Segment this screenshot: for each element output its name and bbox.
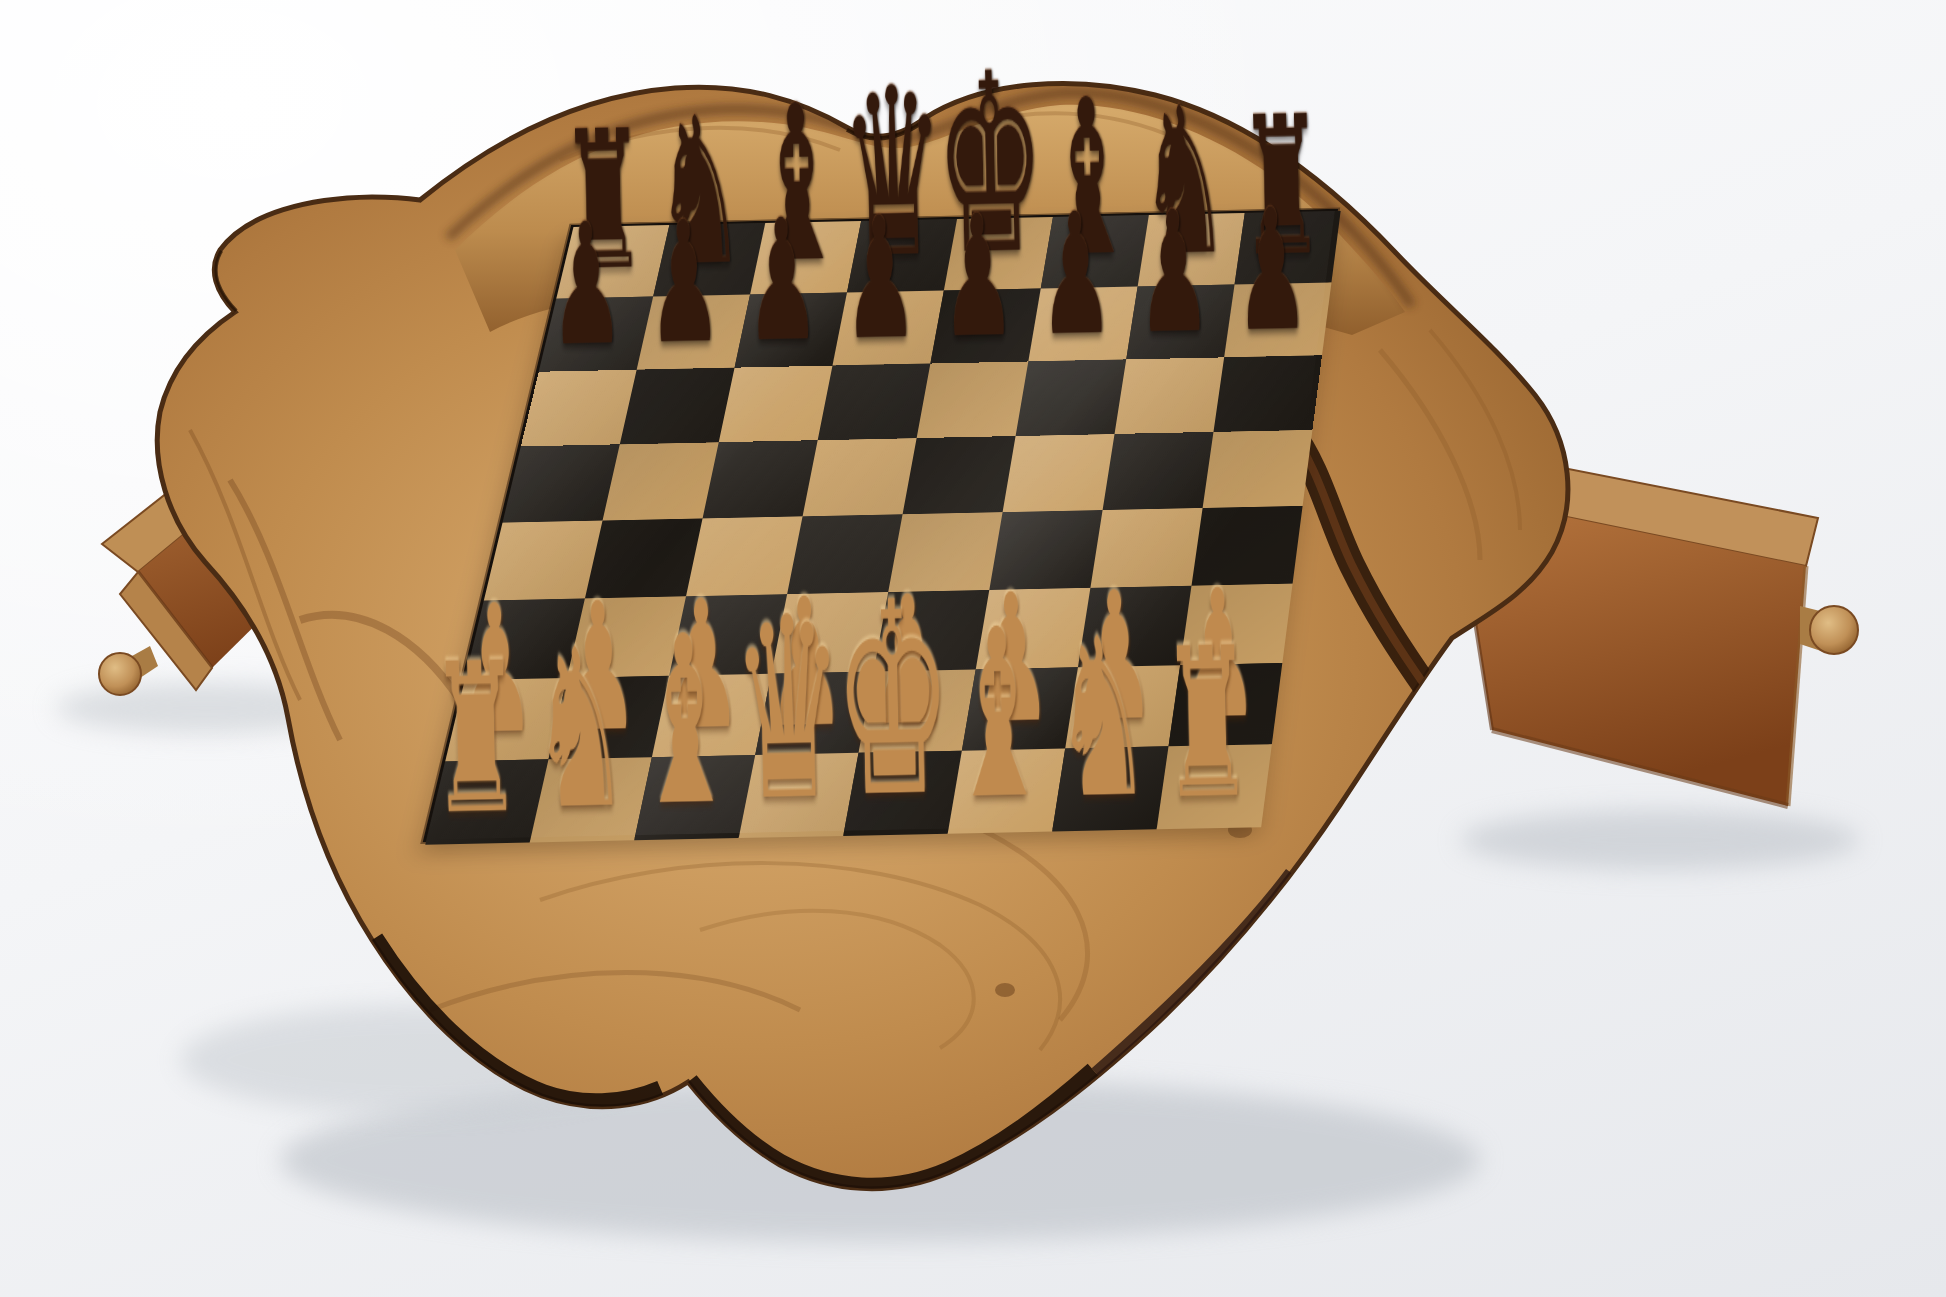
photo-stage: ♜♞♝♛♚♝♞♜♟♟♟♟♟♟♟♟♟♟♟♟♟♟♟♟♜♞♝♛♚♝♞♜ bbox=[0, 0, 1946, 1297]
drawer-left-knob[interactable] bbox=[99, 653, 141, 695]
drawer-right-knob[interactable] bbox=[1810, 606, 1858, 654]
slab-scene bbox=[0, 0, 1946, 1297]
